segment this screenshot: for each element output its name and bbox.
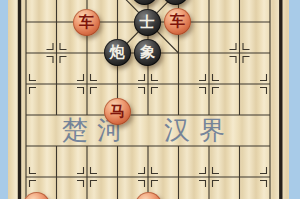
piece-black-elephant[interactable]: 象 [134,39,161,66]
piece-black-cannon[interactable]: 炮 [104,39,131,66]
piece-glyph: 炮 [110,43,125,61]
screen: 楚河 汉界 车士车炮象马 [0,0,300,199]
piece-red-horse[interactable]: 马 [104,98,131,125]
piece-glyph: 车 [170,12,185,30]
river-text-right: 汉界 [164,115,234,145]
piece-red-chariot-left[interactable]: 车 [73,9,100,36]
piece-black-advisor[interactable]: 士 [134,9,161,36]
piece-red-chariot-right[interactable]: 车 [164,8,191,35]
piece-glyph: 象 [140,43,155,61]
piece-glyph: 车 [79,13,94,31]
piece-glyph: 马 [110,102,125,120]
piece-glyph: 士 [140,13,155,31]
